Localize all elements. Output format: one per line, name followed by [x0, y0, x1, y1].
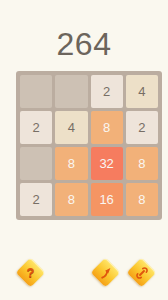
help-button[interactable]: ? — [16, 258, 46, 288]
tile-16: 16 — [91, 183, 123, 216]
empty-cell — [55, 75, 87, 108]
tile-8: 8 — [91, 111, 123, 144]
wrench-icon — [134, 265, 149, 280]
settings-button[interactable] — [127, 258, 157, 288]
tile-2: 2 — [20, 111, 52, 144]
tile-4: 4 — [55, 111, 87, 144]
tile-8: 8 — [126, 183, 158, 216]
tile-8: 8 — [55, 183, 87, 216]
undo-button[interactable] — [91, 258, 121, 288]
board-grid[interactable]: 242482832828168 — [16, 71, 162, 220]
empty-cell — [20, 147, 52, 180]
tile-4: 4 — [126, 75, 158, 108]
tile-2: 2 — [20, 183, 52, 216]
tile-8: 8 — [126, 147, 158, 180]
tile-2: 2 — [91, 75, 123, 108]
tile-2: 2 — [126, 111, 158, 144]
score: 264 — [0, 26, 168, 63]
tile-8: 8 — [55, 147, 87, 180]
curved-arrow-icon — [98, 265, 113, 280]
question-mark-icon: ? — [23, 265, 38, 280]
tile-32: 32 — [91, 147, 123, 180]
empty-cell — [20, 75, 52, 108]
game-screen: 264 242482832828168 ? — [0, 0, 168, 300]
